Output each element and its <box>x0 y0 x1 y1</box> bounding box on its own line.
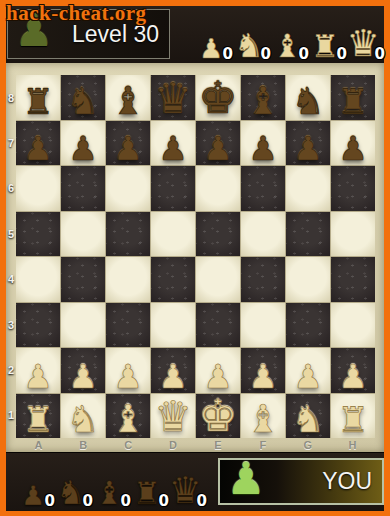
piece-white-pawn[interactable]: ♟ <box>331 360 375 393</box>
square-b5[interactable] <box>61 212 105 257</box>
rank-label-1: 1 <box>6 393 16 438</box>
piece-black-pawn[interactable]: ♟ <box>16 132 60 165</box>
square-d7[interactable]: ♟ <box>151 121 195 166</box>
black-knight-icon: ♞ <box>56 476 86 509</box>
white-knight-icon: ♞ <box>234 29 264 62</box>
square-e1[interactable]: ♚ <box>196 394 240 439</box>
square-d6[interactable] <box>151 166 195 211</box>
rank-label-4: 4 <box>6 257 16 302</box>
file-label-e: E <box>196 438 241 452</box>
captured-white-pawn-slot: ♟0 <box>192 12 230 62</box>
square-f1[interactable]: ♝ <box>241 394 285 439</box>
rank-label-6: 6 <box>6 166 16 211</box>
captured-queen-count: 0 <box>375 45 385 63</box>
bottom-bar: ♟0♞0♝0♜0♛0 ♟ YOU <box>6 452 384 511</box>
square-a3[interactable] <box>16 303 60 348</box>
square-f5[interactable] <box>241 212 285 257</box>
piece-white-rook[interactable]: ♜ <box>16 403 60 438</box>
square-d3[interactable] <box>151 303 195 348</box>
piece-black-bishop[interactable]: ♝ <box>241 82 285 120</box>
piece-black-rook[interactable]: ♜ <box>331 85 375 120</box>
square-a6[interactable] <box>16 166 60 211</box>
square-h5[interactable] <box>331 212 375 257</box>
square-e8[interactable]: ♚ <box>196 75 240 120</box>
file-labels: ABCDEFGH <box>16 438 375 452</box>
watermark: hack-cheat.org <box>6 1 147 26</box>
square-a5[interactable] <box>16 212 60 257</box>
light-green-pawn-icon: ♟ <box>224 457 268 501</box>
piece-white-bishop[interactable]: ♝ <box>241 400 285 438</box>
captured-white-bishop-slot: ♝0 <box>268 12 306 62</box>
board-squares: ♜♞♝♛♚♝♞♜♟♟♟♟♟♟♟♟♟♟♟♟♟♟♟♟♜♞♝♛♚♝♞♜ <box>16 75 375 438</box>
square-b4[interactable] <box>61 257 105 302</box>
white-pawn-icon: ♟ <box>199 35 223 62</box>
piece-white-pawn[interactable]: ♟ <box>106 360 150 393</box>
piece-black-bishop[interactable]: ♝ <box>106 82 150 120</box>
square-h7[interactable]: ♟ <box>331 121 375 166</box>
square-a2[interactable]: ♟ <box>16 348 60 393</box>
captured-black-rook-slot: ♜0 <box>128 459 166 509</box>
square-b3[interactable] <box>61 303 105 348</box>
square-b6[interactable] <box>61 166 105 211</box>
player-label: YOU <box>268 468 382 495</box>
piece-black-queen[interactable]: ♛ <box>151 78 195 120</box>
square-g2[interactable]: ♟ <box>286 348 330 393</box>
square-b1[interactable]: ♞ <box>61 394 105 439</box>
square-g5[interactable] <box>286 212 330 257</box>
white-bishop-icon: ♝ <box>273 30 302 62</box>
white-rook-icon: ♜ <box>311 31 339 62</box>
black-bishop-icon: ♝ <box>95 477 124 509</box>
square-e6[interactable] <box>196 166 240 211</box>
square-h2[interactable]: ♟ <box>331 348 375 393</box>
square-d1[interactable]: ♛ <box>151 394 195 439</box>
piece-white-pawn[interactable]: ♟ <box>151 360 195 393</box>
captured-black-pieces-tray: ♟0♞0♝0♜0♛0 <box>14 459 204 509</box>
square-g4[interactable] <box>286 257 330 302</box>
captured-white-rook-slot: ♜0 <box>306 12 344 62</box>
square-c3[interactable] <box>106 303 150 348</box>
square-e4[interactable] <box>196 257 240 302</box>
square-a8[interactable]: ♜ <box>16 75 60 120</box>
captured-white-knight-slot: ♞0 <box>230 12 268 62</box>
square-c8[interactable]: ♝ <box>106 75 150 120</box>
captured-black-queen-slot: ♛0 <box>166 459 204 509</box>
square-g7[interactable]: ♟ <box>286 121 330 166</box>
square-e2[interactable]: ♟ <box>196 348 240 393</box>
piece-white-queen[interactable]: ♛ <box>151 396 195 438</box>
file-label-b: B <box>61 438 106 452</box>
captured-black-bishop-slot: ♝0 <box>90 459 128 509</box>
square-g1[interactable]: ♞ <box>286 394 330 439</box>
square-c2[interactable]: ♟ <box>106 348 150 393</box>
file-label-a: A <box>16 438 61 452</box>
square-f3[interactable] <box>241 303 285 348</box>
square-g3[interactable] <box>286 303 330 348</box>
square-e7[interactable]: ♟ <box>196 121 240 166</box>
piece-black-pawn[interactable]: ♟ <box>196 132 240 165</box>
piece-white-bishop[interactable]: ♝ <box>106 400 150 438</box>
captured-white-queen-slot: ♛0 <box>344 12 382 62</box>
rank-label-2: 2 <box>6 347 16 392</box>
rank-labels: 87654321 <box>6 75 16 438</box>
square-f6[interactable] <box>241 166 285 211</box>
square-c7[interactable]: ♟ <box>106 121 150 166</box>
piece-black-rook[interactable]: ♜ <box>16 85 60 120</box>
square-h1[interactable]: ♜ <box>331 394 375 439</box>
square-b7[interactable]: ♟ <box>61 121 105 166</box>
piece-black-knight[interactable]: ♞ <box>61 83 105 120</box>
file-label-f: F <box>240 438 285 452</box>
square-d2[interactable]: ♟ <box>151 348 195 393</box>
file-label-c: C <box>106 438 151 452</box>
square-f8[interactable]: ♝ <box>241 75 285 120</box>
piece-white-pawn[interactable]: ♟ <box>196 360 240 393</box>
square-c5[interactable] <box>106 212 150 257</box>
rank-label-7: 7 <box>6 120 16 165</box>
captured-black-knight-slot: ♞0 <box>52 459 90 509</box>
app-inner: ♟ Level 30 ♟0♞0♝0♜0♛0 87654321 ♜♞♝♛♚♝♞♜♟… <box>6 6 384 510</box>
piece-black-pawn[interactable]: ♟ <box>61 132 105 165</box>
square-c6[interactable] <box>106 166 150 211</box>
square-h3[interactable] <box>331 303 375 348</box>
chess-board: 87654321 ♜♞♝♛♚♝♞♜♟♟♟♟♟♟♟♟♟♟♟♟♟♟♟♟♜♞♝♛♚♝♞… <box>6 63 384 452</box>
square-c1[interactable]: ♝ <box>106 394 150 439</box>
piece-white-rook[interactable]: ♜ <box>331 403 375 438</box>
piece-white-pawn[interactable]: ♟ <box>61 360 105 393</box>
square-a4[interactable] <box>16 257 60 302</box>
piece-white-pawn[interactable]: ♟ <box>286 360 330 393</box>
square-h8[interactable]: ♜ <box>331 75 375 120</box>
piece-black-pawn[interactable]: ♟ <box>286 132 330 165</box>
player-info-box: ♟ YOU <box>218 458 384 505</box>
captured-queen-count: 0 <box>197 492 207 510</box>
square-f4[interactable] <box>241 257 285 302</box>
black-pawn-icon: ♟ <box>21 482 45 509</box>
piece-black-pawn[interactable]: ♟ <box>241 132 285 165</box>
piece-white-knight[interactable]: ♞ <box>61 401 105 438</box>
file-label-g: G <box>285 438 330 452</box>
piece-white-king[interactable]: ♚ <box>196 394 240 438</box>
file-label-h: H <box>330 438 375 452</box>
piece-black-pawn[interactable]: ♟ <box>331 132 375 165</box>
piece-black-king[interactable]: ♚ <box>196 76 240 120</box>
square-g8[interactable]: ♞ <box>286 75 330 120</box>
piece-black-knight[interactable]: ♞ <box>286 83 330 120</box>
piece-white-pawn[interactable]: ♟ <box>241 360 285 393</box>
square-d8[interactable]: ♛ <box>151 75 195 120</box>
square-e5[interactable] <box>196 212 240 257</box>
square-c4[interactable] <box>106 257 150 302</box>
rank-label-3: 3 <box>6 302 16 347</box>
black-rook-icon: ♜ <box>133 478 161 509</box>
square-a1[interactable]: ♜ <box>16 394 60 439</box>
piece-white-pawn[interactable]: ♟ <box>16 360 60 393</box>
file-label-d: D <box>151 438 196 452</box>
square-e3[interactable] <box>196 303 240 348</box>
rank-label-5: 5 <box>6 211 16 256</box>
square-h6[interactable] <box>331 166 375 211</box>
piece-white-knight[interactable]: ♞ <box>286 401 330 438</box>
piece-black-pawn[interactable]: ♟ <box>106 132 150 165</box>
square-f7[interactable]: ♟ <box>241 121 285 166</box>
square-a7[interactable]: ♟ <box>16 121 60 166</box>
square-d4[interactable] <box>151 257 195 302</box>
square-f2[interactable]: ♟ <box>241 348 285 393</box>
square-h4[interactable] <box>331 257 375 302</box>
captured-black-pawn-slot: ♟0 <box>14 459 52 509</box>
square-b8[interactable]: ♞ <box>61 75 105 120</box>
captured-white-pieces-tray: ♟0♞0♝0♜0♛0 <box>192 12 382 62</box>
square-d5[interactable] <box>151 212 195 257</box>
square-b2[interactable]: ♟ <box>61 348 105 393</box>
piece-black-pawn[interactable]: ♟ <box>151 132 195 165</box>
rank-label-8: 8 <box>6 75 16 120</box>
square-g6[interactable] <box>286 166 330 211</box>
chess-app-window: hack-cheat.org ♟ Level 30 ♟0♞0♝0♜0♛0 876… <box>0 0 390 516</box>
